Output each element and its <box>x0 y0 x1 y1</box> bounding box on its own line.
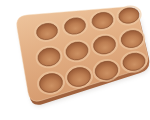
muffin-pan-photo <box>0 0 150 120</box>
photo-stage <box>0 0 150 120</box>
